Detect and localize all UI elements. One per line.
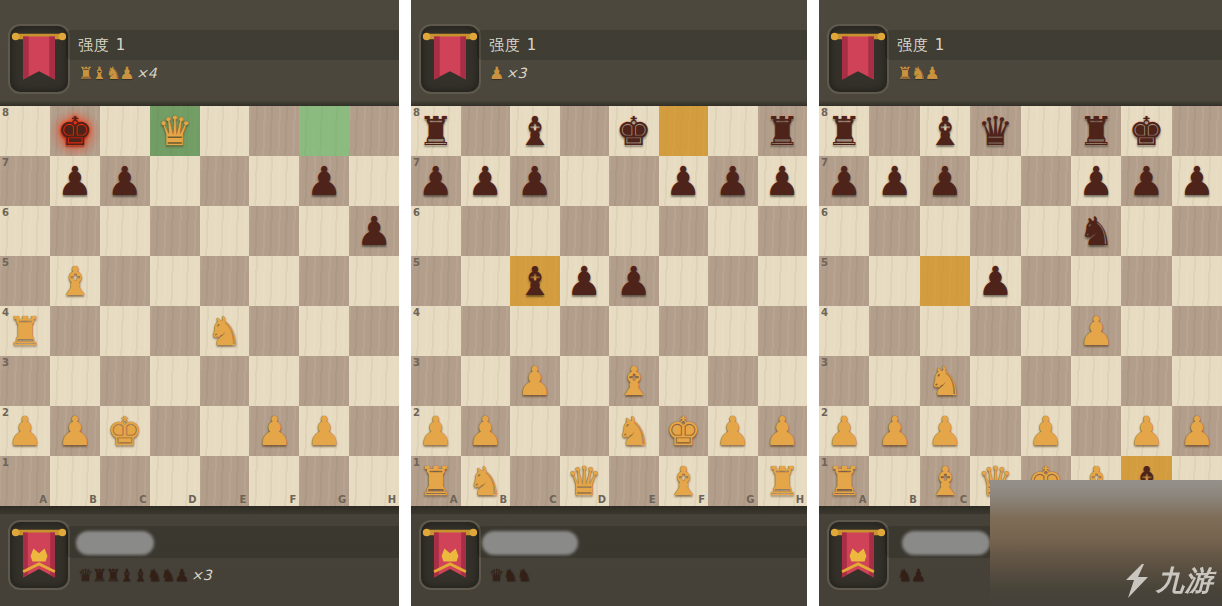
square-a3[interactable]: 3 bbox=[819, 356, 869, 406]
square-f2[interactable]: ♟ bbox=[249, 406, 299, 456]
square-b3[interactable] bbox=[869, 356, 919, 406]
rank-label: 3 bbox=[2, 357, 9, 368]
white-bishop: ♝ bbox=[50, 256, 100, 306]
rank-label: 1 bbox=[2, 457, 9, 468]
red-ribbon-icon bbox=[829, 26, 887, 92]
white-pawn: ♟ bbox=[249, 406, 299, 456]
square-h6[interactable] bbox=[1172, 206, 1222, 256]
white-pawn: ♟ bbox=[50, 406, 100, 456]
black-queen: ♛ bbox=[970, 106, 1020, 156]
square-c8[interactable] bbox=[100, 106, 150, 156]
square-h6[interactable] bbox=[758, 206, 808, 256]
square-a3[interactable]: 3 bbox=[411, 356, 461, 406]
square-d6[interactable] bbox=[970, 206, 1020, 256]
square-a1[interactable]: 1A♜ bbox=[411, 456, 461, 506]
captured-rook-icon: ♜ bbox=[92, 564, 106, 586]
white-pawn: ♟ bbox=[510, 356, 560, 406]
square-g1[interactable]: G bbox=[299, 456, 349, 506]
square-a4[interactable]: 4 bbox=[819, 306, 869, 356]
square-c1[interactable]: C bbox=[100, 456, 150, 506]
black-knight: ♞ bbox=[1071, 206, 1121, 256]
square-c2[interactable]: ♚ bbox=[100, 406, 150, 456]
player-banner-icon bbox=[8, 520, 70, 590]
square-c1[interactable]: C bbox=[510, 456, 560, 506]
jiuyou-logo-icon bbox=[1122, 564, 1152, 598]
square-a7[interactable]: 7 bbox=[0, 156, 50, 206]
square-b8[interactable]: ♚ bbox=[50, 106, 100, 156]
captured-pieces-row: ♜♞♟ bbox=[897, 62, 938, 84]
square-b2[interactable]: ♟ bbox=[50, 406, 100, 456]
captured-bishop-icon: ♝ bbox=[133, 564, 147, 586]
square-b1[interactable]: B♞ bbox=[461, 456, 511, 506]
captured-rook-icon: ♜ bbox=[897, 62, 911, 84]
red-ribbon-icon bbox=[421, 26, 479, 92]
square-b3[interactable] bbox=[50, 356, 100, 406]
square-h2[interactable]: ♟ bbox=[758, 406, 808, 456]
rank-label: 8 bbox=[2, 107, 9, 118]
black-pawn: ♟ bbox=[920, 156, 970, 206]
file-label: A bbox=[39, 494, 47, 505]
file-label: G bbox=[746, 494, 754, 505]
square-c2[interactable] bbox=[510, 406, 560, 456]
square-e5[interactable]: ♟ bbox=[609, 256, 659, 306]
square-d8[interactable]: ♛ bbox=[970, 106, 1020, 156]
white-pawn: ♟ bbox=[1121, 406, 1171, 456]
square-d7[interactable] bbox=[150, 156, 200, 206]
board-top-shadow bbox=[411, 100, 807, 106]
chess-board-2: 8♜♝♚♜7♟♟♟♟♟♟65♝♟♟43♟♝2♟♟♞♚♟♟1A♜B♞CD♛EF♝G… bbox=[411, 106, 807, 506]
square-b2[interactable]: ♟ bbox=[461, 406, 511, 456]
black-pawn: ♟ bbox=[461, 156, 511, 206]
square-e6[interactable] bbox=[200, 206, 250, 256]
square-f8[interactable] bbox=[249, 106, 299, 156]
square-d5[interactable] bbox=[150, 256, 200, 306]
captured-pawn-icon: ♟ bbox=[911, 564, 925, 586]
square-a6[interactable]: 6 bbox=[411, 206, 461, 256]
black-pawn: ♟ bbox=[100, 156, 150, 206]
captured-knight-icon: ♞ bbox=[161, 564, 175, 586]
square-b2[interactable]: ♟ bbox=[869, 406, 919, 456]
board-bottom-edge bbox=[0, 506, 399, 514]
file-label: C bbox=[139, 494, 146, 505]
square-g8[interactable] bbox=[708, 106, 758, 156]
square-d4[interactable] bbox=[560, 306, 610, 356]
square-e2[interactable] bbox=[200, 406, 250, 456]
square-d1[interactable]: D♛ bbox=[560, 456, 610, 506]
square-h2[interactable] bbox=[349, 406, 399, 456]
square-f8[interactable]: ♜ bbox=[1071, 106, 1121, 156]
black-rook: ♜ bbox=[819, 106, 869, 156]
square-b3[interactable] bbox=[461, 356, 511, 406]
square-h8[interactable] bbox=[349, 106, 399, 156]
square-h7[interactable] bbox=[349, 156, 399, 206]
black-pawn: ♟ bbox=[1071, 156, 1121, 206]
white-king: ♚ bbox=[100, 406, 150, 456]
square-c7[interactable]: ♟ bbox=[100, 156, 150, 206]
square-a4[interactable]: 4 bbox=[411, 306, 461, 356]
square-c4[interactable] bbox=[920, 306, 970, 356]
square-e4[interactable] bbox=[1021, 306, 1071, 356]
square-f2[interactable] bbox=[1071, 406, 1121, 456]
square-h2[interactable]: ♟ bbox=[1172, 406, 1222, 456]
square-a2[interactable]: 2♟ bbox=[0, 406, 50, 456]
white-king: ♚ bbox=[659, 406, 709, 456]
file-label: H bbox=[388, 494, 396, 505]
square-c7[interactable]: ♟ bbox=[920, 156, 970, 206]
square-e7[interactable] bbox=[200, 156, 250, 206]
captured-pawn-icon: ♟ bbox=[925, 62, 939, 84]
square-h5[interactable] bbox=[349, 256, 399, 306]
black-pawn: ♟ bbox=[869, 156, 919, 206]
file-label: C bbox=[549, 494, 556, 505]
square-g1[interactable]: G bbox=[708, 456, 758, 506]
square-e4[interactable]: ♞ bbox=[200, 306, 250, 356]
square-c8[interactable]: ♝ bbox=[510, 106, 560, 156]
square-f3[interactable] bbox=[659, 356, 709, 406]
player-banner-icon bbox=[827, 520, 889, 590]
square-h6[interactable]: ♟ bbox=[349, 206, 399, 256]
rank-label: 6 bbox=[2, 207, 9, 218]
rank-label: 5 bbox=[2, 257, 9, 268]
square-b7[interactable]: ♟ bbox=[50, 156, 100, 206]
square-c4[interactable] bbox=[100, 306, 150, 356]
square-d5[interactable]: ♟ bbox=[970, 256, 1020, 306]
black-pawn: ♟ bbox=[1172, 156, 1222, 206]
captured-bishop-icon: ♝ bbox=[92, 62, 106, 84]
rank-label: 7 bbox=[2, 157, 9, 168]
square-g5[interactable] bbox=[1121, 256, 1171, 306]
white-pawn: ♟ bbox=[819, 406, 869, 456]
file-label: B bbox=[89, 494, 97, 505]
opponent-name: 强度 1 bbox=[78, 36, 126, 55]
white-pawn: ♟ bbox=[1172, 406, 1222, 456]
square-b8[interactable] bbox=[869, 106, 919, 156]
square-h3[interactable] bbox=[1172, 356, 1222, 406]
opponent-name: 强度 1 bbox=[897, 36, 945, 55]
square-g4[interactable] bbox=[299, 306, 349, 356]
square-d3[interactable] bbox=[150, 356, 200, 406]
square-e8[interactable] bbox=[200, 106, 250, 156]
captured-knight-icon: ♞ bbox=[147, 564, 161, 586]
board-bottom-edge bbox=[411, 506, 807, 514]
square-c6[interactable] bbox=[100, 206, 150, 256]
square-e8[interactable] bbox=[1021, 106, 1071, 156]
square-e4[interactable] bbox=[609, 306, 659, 356]
square-a2[interactable]: 2♟ bbox=[819, 406, 869, 456]
square-f7[interactable] bbox=[249, 156, 299, 206]
file-label: G bbox=[338, 494, 346, 505]
captured-multiplier: ×4 bbox=[136, 65, 157, 81]
square-b5[interactable]: ♝ bbox=[50, 256, 100, 306]
square-d1[interactable]: D bbox=[150, 456, 200, 506]
square-e3[interactable] bbox=[1021, 356, 1071, 406]
black-bishop: ♝ bbox=[510, 256, 560, 306]
square-b6[interactable] bbox=[869, 206, 919, 256]
square-g2[interactable]: ♟ bbox=[1121, 406, 1171, 456]
square-g7[interactable]: ♟ bbox=[708, 156, 758, 206]
square-g2[interactable]: ♟ bbox=[299, 406, 349, 456]
square-a3[interactable]: 3 bbox=[0, 356, 50, 406]
player-banner-icon bbox=[419, 520, 481, 590]
square-g6[interactable] bbox=[708, 206, 758, 256]
square-c6[interactable] bbox=[510, 206, 560, 256]
black-pawn: ♟ bbox=[659, 156, 709, 206]
opponent-name: 强度 1 bbox=[489, 36, 537, 55]
square-g7[interactable]: ♟ bbox=[1121, 156, 1171, 206]
square-g8[interactable] bbox=[299, 106, 349, 156]
square-d6[interactable] bbox=[560, 206, 610, 256]
blurred-player-name bbox=[482, 531, 578, 555]
rank-label: 6 bbox=[413, 207, 420, 218]
white-pawn: ♟ bbox=[0, 406, 50, 456]
square-g3[interactable] bbox=[299, 356, 349, 406]
captured-knight-icon: ♞ bbox=[911, 62, 925, 84]
square-e3[interactable]: ♝ bbox=[609, 356, 659, 406]
square-c3[interactable]: ♞ bbox=[920, 356, 970, 406]
captured-knight-icon: ♞ bbox=[503, 564, 517, 586]
square-f2[interactable]: ♚ bbox=[659, 406, 709, 456]
white-knight: ♞ bbox=[461, 456, 511, 506]
rank-label: 5 bbox=[413, 257, 420, 268]
square-a4[interactable]: 4♜ bbox=[0, 306, 50, 356]
square-a1[interactable]: 1A bbox=[0, 456, 50, 506]
square-a2[interactable]: 2♟ bbox=[411, 406, 461, 456]
captured-pawn-icon: ♟ bbox=[119, 62, 133, 84]
square-f1[interactable]: F bbox=[249, 456, 299, 506]
square-h8[interactable] bbox=[1172, 106, 1222, 156]
square-g6[interactable] bbox=[1121, 206, 1171, 256]
square-c3[interactable] bbox=[100, 356, 150, 406]
square-h8[interactable]: ♜ bbox=[758, 106, 808, 156]
captured-pieces-row: ♞♟ bbox=[897, 564, 925, 586]
square-g3[interactable] bbox=[1121, 356, 1171, 406]
black-pawn: ♟ bbox=[510, 156, 560, 206]
square-h7[interactable]: ♟ bbox=[1172, 156, 1222, 206]
panel-gap bbox=[807, 0, 819, 606]
black-bishop: ♝ bbox=[510, 106, 560, 156]
file-label: D bbox=[188, 494, 196, 505]
square-e7[interactable] bbox=[609, 156, 659, 206]
square-d2[interactable] bbox=[560, 406, 610, 456]
square-d6[interactable] bbox=[150, 206, 200, 256]
square-f5[interactable] bbox=[249, 256, 299, 306]
square-c7[interactable]: ♟ bbox=[510, 156, 560, 206]
square-a5[interactable]: 5 bbox=[411, 256, 461, 306]
captured-multiplier: ×3 bbox=[191, 567, 212, 583]
square-d4[interactable] bbox=[970, 306, 1020, 356]
red-ribbon-icon bbox=[10, 26, 68, 92]
square-e6[interactable] bbox=[609, 206, 659, 256]
captured-knight-icon: ♞ bbox=[517, 564, 531, 586]
square-e3[interactable] bbox=[200, 356, 250, 406]
square-d5[interactable]: ♟ bbox=[560, 256, 610, 306]
captured-queen-icon: ♛ bbox=[78, 564, 92, 586]
square-d4[interactable] bbox=[150, 306, 200, 356]
square-h3[interactable] bbox=[349, 356, 399, 406]
square-d3[interactable] bbox=[560, 356, 610, 406]
white-pawn: ♟ bbox=[920, 406, 970, 456]
chess-game-panel-3: 强度 1 ♜♞♟ 8♜♝♛♜♚7♟♟♟♟♟♟6♞5♟4♟3♞2♟♟♟♟♟♟1A♜… bbox=[819, 0, 1222, 606]
square-f3[interactable] bbox=[249, 356, 299, 406]
square-b8[interactable] bbox=[461, 106, 511, 156]
square-c4[interactable] bbox=[510, 306, 560, 356]
captured-queen-icon: ♛ bbox=[489, 564, 503, 586]
square-f4[interactable] bbox=[249, 306, 299, 356]
square-a6[interactable]: 6 bbox=[0, 206, 50, 256]
square-b4[interactable] bbox=[869, 306, 919, 356]
black-pawn: ♟ bbox=[349, 206, 399, 256]
black-rook: ♜ bbox=[1071, 106, 1121, 156]
square-b1[interactable]: B bbox=[869, 456, 919, 506]
white-pawn: ♟ bbox=[461, 406, 511, 456]
square-g7[interactable]: ♟ bbox=[299, 156, 349, 206]
square-g5[interactable] bbox=[708, 256, 758, 306]
black-king: ♚ bbox=[1121, 106, 1171, 156]
square-a8[interactable]: 8 bbox=[0, 106, 50, 156]
square-b6[interactable] bbox=[461, 206, 511, 256]
square-f7[interactable]: ♟ bbox=[1071, 156, 1121, 206]
square-c8[interactable]: ♝ bbox=[920, 106, 970, 156]
square-g2[interactable]: ♟ bbox=[708, 406, 758, 456]
board-top-shadow bbox=[819, 100, 1222, 106]
square-b7[interactable]: ♟ bbox=[461, 156, 511, 206]
captured-knight-icon: ♞ bbox=[897, 564, 911, 586]
square-g3[interactable] bbox=[708, 356, 758, 406]
watermark-text: 九游 bbox=[1156, 562, 1214, 600]
square-f5[interactable] bbox=[1071, 256, 1121, 306]
square-f8[interactable] bbox=[659, 106, 709, 156]
captured-rook-icon: ♜ bbox=[78, 62, 92, 84]
file-label: F bbox=[289, 494, 296, 505]
square-f3[interactable] bbox=[1071, 356, 1121, 406]
square-c5[interactable] bbox=[100, 256, 150, 306]
black-pawn: ♟ bbox=[411, 156, 461, 206]
square-c2[interactable]: ♟ bbox=[920, 406, 970, 456]
square-g5[interactable] bbox=[299, 256, 349, 306]
square-g6[interactable] bbox=[299, 206, 349, 256]
white-pawn: ♟ bbox=[708, 406, 758, 456]
square-e2[interactable]: ♟ bbox=[1021, 406, 1071, 456]
crown-ribbon-icon bbox=[829, 522, 887, 588]
square-d8[interactable] bbox=[560, 106, 610, 156]
white-rook: ♜ bbox=[758, 456, 808, 506]
white-rook: ♜ bbox=[411, 456, 461, 506]
square-e1[interactable]: E bbox=[609, 456, 659, 506]
square-e5[interactable] bbox=[1021, 256, 1071, 306]
square-f7[interactable]: ♟ bbox=[659, 156, 709, 206]
white-bishop: ♝ bbox=[659, 456, 709, 506]
black-pawn: ♟ bbox=[560, 256, 610, 306]
square-f6[interactable] bbox=[659, 206, 709, 256]
square-b7[interactable]: ♟ bbox=[869, 156, 919, 206]
black-rook: ♜ bbox=[758, 106, 808, 156]
square-b6[interactable] bbox=[50, 206, 100, 256]
square-h5[interactable] bbox=[758, 256, 808, 306]
captured-multiplier: ×3 bbox=[506, 65, 527, 81]
square-f6[interactable]: ♞ bbox=[1071, 206, 1121, 256]
square-b5[interactable] bbox=[461, 256, 511, 306]
square-a7[interactable]: 7♟ bbox=[411, 156, 461, 206]
white-bishop: ♝ bbox=[920, 456, 970, 506]
square-b4[interactable] bbox=[50, 306, 100, 356]
square-d8[interactable]: ♛ bbox=[150, 106, 200, 156]
square-f4[interactable] bbox=[659, 306, 709, 356]
white-queen: ♛ bbox=[560, 456, 610, 506]
rank-label: 5 bbox=[821, 257, 828, 268]
square-a8[interactable]: 8♜ bbox=[411, 106, 461, 156]
square-a5[interactable]: 5 bbox=[0, 256, 50, 306]
square-d7[interactable] bbox=[560, 156, 610, 206]
captured-pieces-row: ♛♞♞ bbox=[489, 564, 530, 586]
square-e5[interactable] bbox=[200, 256, 250, 306]
triple-chess-screenshot: 强度 1 ♜♝♞♟×4 8♚♛7♟♟♟6♟5♝4♜♞32♟♟♚♟♟1ABCDEF… bbox=[0, 0, 1222, 606]
square-h5[interactable] bbox=[1172, 256, 1222, 306]
board-top-shadow bbox=[0, 100, 399, 106]
square-c1[interactable]: C♝ bbox=[920, 456, 970, 506]
file-label: E bbox=[240, 494, 247, 505]
white-knight: ♞ bbox=[920, 356, 970, 406]
opponent-banner-icon bbox=[419, 24, 481, 94]
square-a8[interactable]: 8♜ bbox=[819, 106, 869, 156]
rank-label: 3 bbox=[413, 357, 420, 368]
square-f6[interactable] bbox=[249, 206, 299, 256]
square-f4[interactable]: ♟ bbox=[1071, 306, 1121, 356]
square-a5[interactable]: 5 bbox=[819, 256, 869, 306]
square-b4[interactable] bbox=[461, 306, 511, 356]
square-e7[interactable] bbox=[1021, 156, 1071, 206]
square-h4[interactable] bbox=[349, 306, 399, 356]
square-d2[interactable] bbox=[150, 406, 200, 456]
square-a7[interactable]: 7♟ bbox=[819, 156, 869, 206]
square-h4[interactable] bbox=[758, 306, 808, 356]
square-e8[interactable]: ♚ bbox=[609, 106, 659, 156]
square-b1[interactable]: B bbox=[50, 456, 100, 506]
square-f5[interactable] bbox=[659, 256, 709, 306]
rank-label: 3 bbox=[821, 357, 828, 368]
square-h4[interactable] bbox=[1172, 306, 1222, 356]
square-c6[interactable] bbox=[920, 206, 970, 256]
square-g8[interactable]: ♚ bbox=[1121, 106, 1171, 156]
square-e1[interactable]: E bbox=[200, 456, 250, 506]
white-pawn: ♟ bbox=[1071, 306, 1121, 356]
square-h1[interactable]: H♜ bbox=[758, 456, 808, 506]
crown-ribbon-icon bbox=[10, 522, 68, 588]
white-queen: ♛ bbox=[150, 106, 200, 156]
square-h1[interactable]: H bbox=[349, 456, 399, 506]
square-g4[interactable] bbox=[1121, 306, 1171, 356]
opponent-banner-icon bbox=[827, 24, 889, 94]
white-knight: ♞ bbox=[200, 306, 250, 356]
square-b5[interactable] bbox=[869, 256, 919, 306]
square-a1[interactable]: 1A♜ bbox=[819, 456, 869, 506]
square-d2[interactable] bbox=[970, 406, 1020, 456]
black-pawn: ♟ bbox=[819, 156, 869, 206]
square-e6[interactable] bbox=[1021, 206, 1071, 256]
square-c5[interactable] bbox=[920, 256, 970, 306]
square-e2[interactable]: ♞ bbox=[609, 406, 659, 456]
square-d7[interactable] bbox=[970, 156, 1020, 206]
black-rook: ♜ bbox=[411, 106, 461, 156]
square-h3[interactable] bbox=[758, 356, 808, 406]
square-f1[interactable]: F♝ bbox=[659, 456, 709, 506]
square-a6[interactable]: 6 bbox=[819, 206, 869, 256]
square-h7[interactable]: ♟ bbox=[758, 156, 808, 206]
square-c3[interactable]: ♟ bbox=[510, 356, 560, 406]
square-c5[interactable]: ♝ bbox=[510, 256, 560, 306]
square-d3[interactable] bbox=[970, 356, 1020, 406]
square-g4[interactable] bbox=[708, 306, 758, 356]
captured-knight-icon: ♞ bbox=[106, 62, 120, 84]
